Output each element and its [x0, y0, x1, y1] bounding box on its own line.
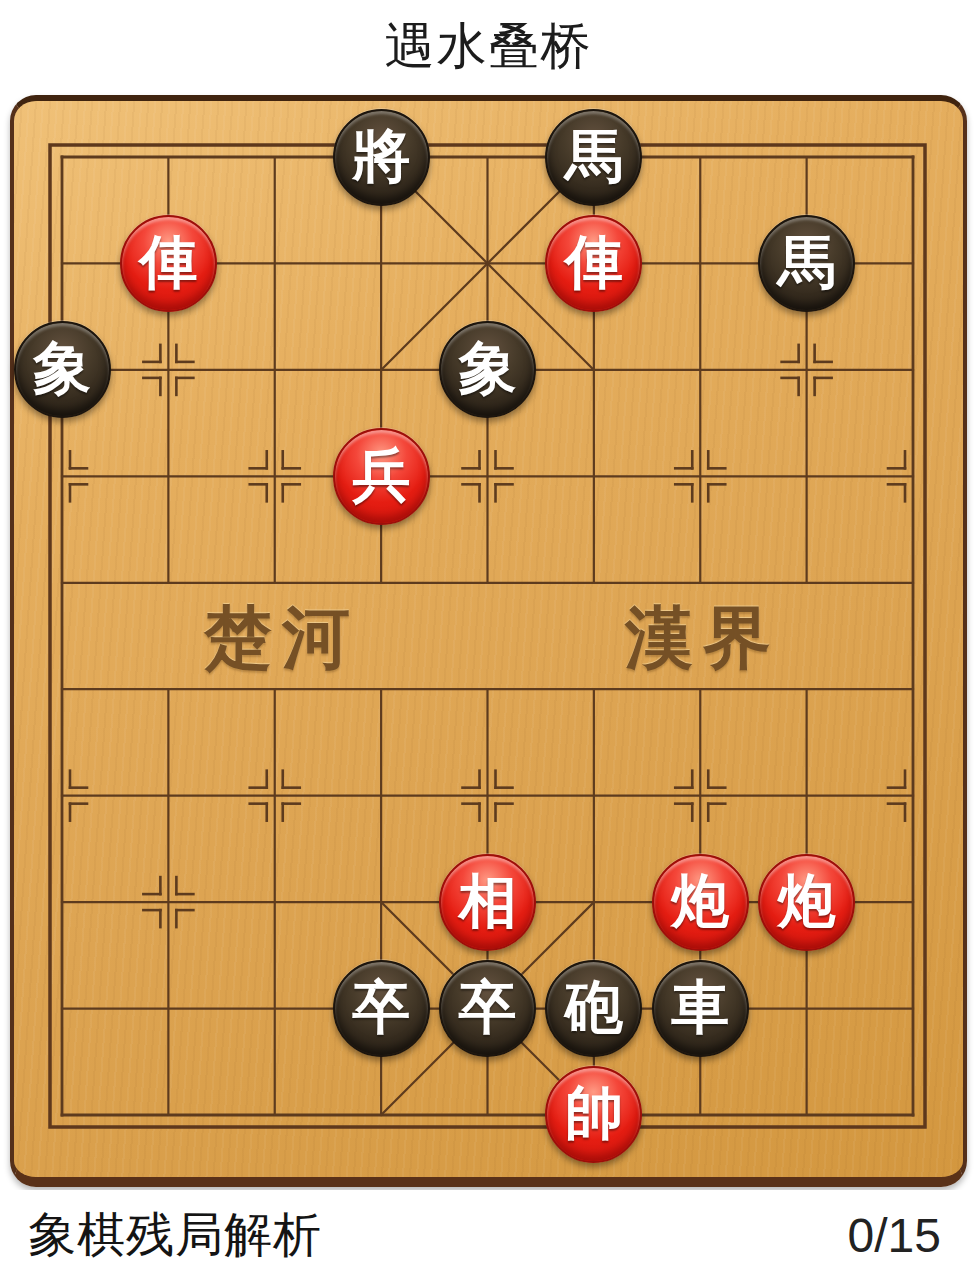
piece-black-soldier[interactable]: 卒 — [439, 960, 536, 1057]
puzzle-title-bar: 遇水叠桥 — [0, 0, 977, 92]
progress-counter: 0/15 — [848, 1208, 941, 1263]
piece-label: 炮 — [671, 872, 729, 933]
piece-black-general[interactable]: 將 — [333, 109, 430, 206]
piece-red-cannon[interactable]: 炮 — [758, 854, 855, 951]
piece-black-horse[interactable]: 馬 — [545, 109, 642, 206]
piece-label: 車 — [671, 978, 729, 1039]
piece-label: 俥 — [139, 233, 197, 294]
xiangqi-puzzle-app: 遇水叠桥 楚河 漢界 將馬俥俥馬象象兵相炮炮卒卒砲車帥 象棋残局解析 0/15 — [0, 0, 977, 1280]
piece-label: 象 — [33, 339, 91, 400]
piece-red-general[interactable]: 帥 — [545, 1066, 642, 1163]
piece-layer: 將馬俥俥馬象象兵相炮炮卒卒砲車帥 — [9, 104, 966, 1168]
piece-label: 炮 — [778, 872, 836, 933]
piece-label: 相 — [459, 872, 517, 933]
piece-label: 兵 — [352, 446, 410, 507]
piece-label: 將 — [352, 127, 410, 188]
mode-label: 象棋残局解析 — [28, 1203, 322, 1267]
piece-black-horse[interactable]: 馬 — [758, 215, 855, 312]
piece-red-cannon[interactable]: 炮 — [652, 854, 749, 951]
footer-bar: 象棋残局解析 0/15 — [0, 1190, 977, 1280]
xiangqi-board: 楚河 漢界 將馬俥俥馬象象兵相炮炮卒卒砲車帥 — [10, 95, 967, 1187]
piece-label: 卒 — [352, 978, 410, 1039]
piece-red-chariot[interactable]: 俥 — [545, 215, 642, 312]
piece-label: 象 — [459, 339, 517, 400]
piece-red-soldier[interactable]: 兵 — [333, 428, 430, 525]
piece-black-elephant[interactable]: 象 — [14, 321, 111, 418]
puzzle-title: 遇水叠桥 — [385, 13, 593, 80]
piece-red-chariot[interactable]: 俥 — [120, 215, 217, 312]
piece-label: 帥 — [565, 1084, 623, 1145]
piece-black-cannon[interactable]: 砲 — [545, 960, 642, 1057]
piece-label: 馬 — [565, 127, 623, 188]
piece-black-chariot[interactable]: 車 — [652, 960, 749, 1057]
piece-label: 砲 — [565, 978, 623, 1039]
piece-label: 馬 — [778, 233, 836, 294]
piece-black-soldier[interactable]: 卒 — [333, 960, 430, 1057]
piece-label: 卒 — [459, 978, 517, 1039]
piece-red-elephant[interactable]: 相 — [439, 854, 536, 951]
piece-black-elephant[interactable]: 象 — [439, 321, 536, 418]
piece-label: 俥 — [565, 233, 623, 294]
